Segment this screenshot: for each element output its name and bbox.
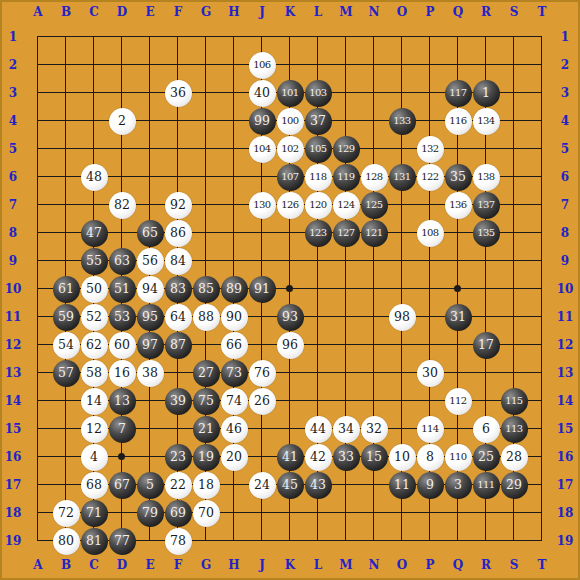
intersection-H12[interactable]: 66 [220,331,248,359]
intersection-C12[interactable]: 62 [80,331,108,359]
intersection-P12[interactable] [416,331,444,359]
intersection-Q18[interactable] [444,499,472,527]
intersection-F7[interactable]: 92 [164,191,192,219]
intersection-Q7[interactable]: 136 [444,191,472,219]
intersection-R17[interactable]: 111 [472,471,500,499]
intersection-J11[interactable] [248,303,276,331]
intersection-T12[interactable] [528,331,556,359]
intersection-L6[interactable]: 118 [304,163,332,191]
intersection-J2[interactable]: 106 [248,51,276,79]
intersection-G18[interactable]: 70 [192,499,220,527]
intersection-G14[interactable]: 75 [192,387,220,415]
intersection-T8[interactable] [528,219,556,247]
intersection-O19[interactable] [388,527,416,555]
intersection-T15[interactable] [528,415,556,443]
intersection-O12[interactable] [388,331,416,359]
intersection-C15[interactable]: 12 [80,415,108,443]
intersection-O10[interactable] [388,275,416,303]
intersection-K6[interactable]: 107 [276,163,304,191]
intersection-A5[interactable] [24,135,52,163]
intersection-O15[interactable] [388,415,416,443]
intersection-O6[interactable]: 131 [388,163,416,191]
intersection-R8[interactable]: 135 [472,219,500,247]
intersection-D17[interactable]: 67 [108,471,136,499]
intersection-C11[interactable]: 52 [80,303,108,331]
intersection-S17[interactable]: 29 [500,471,528,499]
intersection-K14[interactable] [276,387,304,415]
intersection-B15[interactable] [52,415,80,443]
intersection-T18[interactable] [528,499,556,527]
intersection-L17[interactable]: 43 [304,471,332,499]
intersection-B5[interactable] [52,135,80,163]
intersection-T14[interactable] [528,387,556,415]
intersection-H14[interactable]: 74 [220,387,248,415]
intersection-L1[interactable] [304,23,332,51]
intersection-A18[interactable] [24,499,52,527]
intersection-E8[interactable]: 65 [136,219,164,247]
intersection-Q10[interactable] [444,275,472,303]
intersection-A1[interactable] [24,23,52,51]
intersection-J16[interactable] [248,443,276,471]
intersection-T9[interactable] [528,247,556,275]
intersection-S2[interactable] [500,51,528,79]
intersection-B10[interactable]: 61 [52,275,80,303]
intersection-C6[interactable]: 48 [80,163,108,191]
intersection-A12[interactable] [24,331,52,359]
intersection-K3[interactable]: 101 [276,79,304,107]
intersection-B4[interactable] [52,107,80,135]
intersection-D11[interactable]: 53 [108,303,136,331]
intersection-H13[interactable]: 73 [220,359,248,387]
intersection-R13[interactable] [472,359,500,387]
intersection-G16[interactable]: 19 [192,443,220,471]
intersection-A13[interactable] [24,359,52,387]
intersection-E14[interactable] [136,387,164,415]
intersection-R7[interactable]: 137 [472,191,500,219]
intersection-J3[interactable]: 40 [248,79,276,107]
intersection-M13[interactable] [332,359,360,387]
intersection-P4[interactable] [416,107,444,135]
intersection-T19[interactable] [528,527,556,555]
intersection-G11[interactable]: 88 [192,303,220,331]
intersection-S5[interactable] [500,135,528,163]
intersection-M16[interactable]: 33 [332,443,360,471]
intersection-O4[interactable]: 133 [388,107,416,135]
intersection-Q16[interactable]: 110 [444,443,472,471]
intersection-G8[interactable] [192,219,220,247]
intersection-N13[interactable] [360,359,388,387]
intersection-M12[interactable] [332,331,360,359]
intersection-G17[interactable]: 18 [192,471,220,499]
intersection-H7[interactable] [220,191,248,219]
intersection-N17[interactable] [360,471,388,499]
intersection-O8[interactable] [388,219,416,247]
intersection-L9[interactable] [304,247,332,275]
intersection-Q17[interactable]: 3 [444,471,472,499]
intersection-P17[interactable]: 9 [416,471,444,499]
intersection-S7[interactable] [500,191,528,219]
intersection-Q15[interactable] [444,415,472,443]
intersection-L3[interactable]: 103 [304,79,332,107]
intersection-A2[interactable] [24,51,52,79]
intersection-H11[interactable]: 90 [220,303,248,331]
intersection-E10[interactable]: 94 [136,275,164,303]
intersection-N9[interactable] [360,247,388,275]
intersection-P14[interactable] [416,387,444,415]
intersection-P19[interactable] [416,527,444,555]
intersection-F10[interactable]: 83 [164,275,192,303]
intersection-E1[interactable] [136,23,164,51]
intersection-G2[interactable] [192,51,220,79]
intersection-N2[interactable] [360,51,388,79]
intersection-A19[interactable] [24,527,52,555]
intersection-R18[interactable] [472,499,500,527]
intersection-G6[interactable] [192,163,220,191]
intersection-D2[interactable] [108,51,136,79]
intersection-P11[interactable] [416,303,444,331]
intersection-D15[interactable]: 7 [108,415,136,443]
intersection-C17[interactable]: 68 [80,471,108,499]
intersection-K1[interactable] [276,23,304,51]
intersection-H19[interactable] [220,527,248,555]
intersection-E5[interactable] [136,135,164,163]
intersection-F16[interactable]: 23 [164,443,192,471]
intersection-E3[interactable] [136,79,164,107]
intersection-O11[interactable]: 98 [388,303,416,331]
intersection-T6[interactable] [528,163,556,191]
intersection-B2[interactable] [52,51,80,79]
intersection-O7[interactable] [388,191,416,219]
intersection-H15[interactable]: 46 [220,415,248,443]
intersection-H10[interactable]: 89 [220,275,248,303]
intersection-K15[interactable] [276,415,304,443]
intersection-M4[interactable] [332,107,360,135]
intersection-K2[interactable] [276,51,304,79]
intersection-P15[interactable]: 114 [416,415,444,443]
intersection-E2[interactable] [136,51,164,79]
intersection-S14[interactable]: 115 [500,387,528,415]
intersection-D13[interactable]: 16 [108,359,136,387]
intersection-N6[interactable]: 128 [360,163,388,191]
intersection-J8[interactable] [248,219,276,247]
intersection-J19[interactable] [248,527,276,555]
intersection-E9[interactable]: 56 [136,247,164,275]
intersection-M2[interactable] [332,51,360,79]
intersection-C10[interactable]: 50 [80,275,108,303]
intersection-D3[interactable] [108,79,136,107]
intersection-F13[interactable] [164,359,192,387]
intersection-A8[interactable] [24,219,52,247]
intersection-G5[interactable] [192,135,220,163]
intersection-S15[interactable]: 113 [500,415,528,443]
intersection-F3[interactable]: 36 [164,79,192,107]
intersection-N8[interactable]: 121 [360,219,388,247]
intersection-O3[interactable] [388,79,416,107]
intersection-C14[interactable]: 14 [80,387,108,415]
intersection-J5[interactable]: 104 [248,135,276,163]
intersection-Q2[interactable] [444,51,472,79]
intersection-F18[interactable]: 69 [164,499,192,527]
intersection-M6[interactable]: 119 [332,163,360,191]
intersection-N18[interactable] [360,499,388,527]
intersection-L18[interactable] [304,499,332,527]
intersection-E17[interactable]: 5 [136,471,164,499]
intersection-N11[interactable] [360,303,388,331]
intersection-K19[interactable] [276,527,304,555]
intersection-P1[interactable] [416,23,444,51]
intersection-R16[interactable]: 25 [472,443,500,471]
intersection-L19[interactable] [304,527,332,555]
intersection-G4[interactable] [192,107,220,135]
intersection-K17[interactable]: 45 [276,471,304,499]
intersection-N12[interactable] [360,331,388,359]
intersection-P5[interactable]: 132 [416,135,444,163]
intersection-M8[interactable]: 127 [332,219,360,247]
intersection-A7[interactable] [24,191,52,219]
intersection-C1[interactable] [80,23,108,51]
intersection-Q1[interactable] [444,23,472,51]
intersection-G7[interactable] [192,191,220,219]
intersection-O2[interactable] [388,51,416,79]
intersection-E15[interactable] [136,415,164,443]
intersection-C19[interactable]: 81 [80,527,108,555]
intersection-B3[interactable] [52,79,80,107]
intersection-C5[interactable] [80,135,108,163]
intersection-N3[interactable] [360,79,388,107]
intersection-O16[interactable]: 10 [388,443,416,471]
intersection-F4[interactable] [164,107,192,135]
intersection-D18[interactable] [108,499,136,527]
intersection-A6[interactable] [24,163,52,191]
intersection-E13[interactable]: 38 [136,359,164,387]
intersection-A14[interactable] [24,387,52,415]
intersection-D14[interactable]: 13 [108,387,136,415]
intersection-H8[interactable] [220,219,248,247]
intersection-J15[interactable] [248,415,276,443]
intersection-N7[interactable]: 125 [360,191,388,219]
intersection-P16[interactable]: 8 [416,443,444,471]
intersection-M15[interactable]: 34 [332,415,360,443]
intersection-R3[interactable]: 1 [472,79,500,107]
intersection-T13[interactable] [528,359,556,387]
intersection-R6[interactable]: 138 [472,163,500,191]
intersection-G12[interactable] [192,331,220,359]
intersection-D6[interactable] [108,163,136,191]
intersection-O18[interactable] [388,499,416,527]
intersection-D9[interactable]: 63 [108,247,136,275]
intersection-D10[interactable]: 51 [108,275,136,303]
intersection-L15[interactable]: 44 [304,415,332,443]
intersection-F15[interactable] [164,415,192,443]
intersection-G9[interactable] [192,247,220,275]
intersection-T5[interactable] [528,135,556,163]
intersection-K9[interactable] [276,247,304,275]
intersection-Q5[interactable] [444,135,472,163]
intersection-K16[interactable]: 41 [276,443,304,471]
intersection-H5[interactable] [220,135,248,163]
intersection-R10[interactable] [472,275,500,303]
intersection-B13[interactable]: 57 [52,359,80,387]
intersection-E6[interactable] [136,163,164,191]
intersection-R15[interactable]: 6 [472,415,500,443]
intersection-M14[interactable] [332,387,360,415]
intersection-L10[interactable] [304,275,332,303]
intersection-D7[interactable]: 82 [108,191,136,219]
intersection-S3[interactable] [500,79,528,107]
intersection-N16[interactable]: 15 [360,443,388,471]
intersection-H6[interactable] [220,163,248,191]
intersection-L4[interactable]: 37 [304,107,332,135]
intersection-B14[interactable] [52,387,80,415]
intersection-G1[interactable] [192,23,220,51]
intersection-A15[interactable] [24,415,52,443]
intersection-B7[interactable] [52,191,80,219]
intersection-R2[interactable] [472,51,500,79]
intersection-O13[interactable] [388,359,416,387]
intersection-L14[interactable] [304,387,332,415]
intersection-Q8[interactable] [444,219,472,247]
intersection-N5[interactable] [360,135,388,163]
intersection-C8[interactable]: 47 [80,219,108,247]
intersection-H4[interactable] [220,107,248,135]
intersection-Q9[interactable] [444,247,472,275]
intersection-N14[interactable] [360,387,388,415]
intersection-T16[interactable] [528,443,556,471]
intersection-B12[interactable]: 54 [52,331,80,359]
intersection-L8[interactable]: 123 [304,219,332,247]
intersection-K5[interactable]: 102 [276,135,304,163]
intersection-P18[interactable] [416,499,444,527]
intersection-K8[interactable] [276,219,304,247]
intersection-T2[interactable] [528,51,556,79]
intersection-H16[interactable]: 20 [220,443,248,471]
intersection-H18[interactable] [220,499,248,527]
intersection-A3[interactable] [24,79,52,107]
intersection-G3[interactable] [192,79,220,107]
intersection-E7[interactable] [136,191,164,219]
intersection-L13[interactable] [304,359,332,387]
intersection-K12[interactable]: 96 [276,331,304,359]
intersection-T17[interactable] [528,471,556,499]
intersection-E19[interactable] [136,527,164,555]
intersection-F14[interactable]: 39 [164,387,192,415]
intersection-R9[interactable] [472,247,500,275]
intersection-T10[interactable] [528,275,556,303]
intersection-P2[interactable] [416,51,444,79]
intersection-L7[interactable]: 120 [304,191,332,219]
intersection-N15[interactable]: 32 [360,415,388,443]
intersection-F12[interactable]: 87 [164,331,192,359]
intersection-C4[interactable] [80,107,108,135]
intersection-B8[interactable] [52,219,80,247]
intersection-E4[interactable] [136,107,164,135]
intersection-M1[interactable] [332,23,360,51]
intersection-P3[interactable] [416,79,444,107]
intersection-Q13[interactable] [444,359,472,387]
intersection-J18[interactable] [248,499,276,527]
intersection-P10[interactable] [416,275,444,303]
intersection-O17[interactable]: 11 [388,471,416,499]
intersection-B16[interactable] [52,443,80,471]
intersection-C2[interactable] [80,51,108,79]
intersection-B9[interactable] [52,247,80,275]
intersection-A11[interactable] [24,303,52,331]
intersection-O1[interactable] [388,23,416,51]
intersection-C3[interactable] [80,79,108,107]
intersection-D12[interactable]: 60 [108,331,136,359]
intersection-S8[interactable] [500,219,528,247]
intersection-N19[interactable] [360,527,388,555]
intersection-R1[interactable] [472,23,500,51]
intersection-F8[interactable]: 86 [164,219,192,247]
intersection-A10[interactable] [24,275,52,303]
intersection-Q6[interactable]: 35 [444,163,472,191]
intersection-E11[interactable]: 95 [136,303,164,331]
intersection-H3[interactable] [220,79,248,107]
intersection-D16[interactable] [108,443,136,471]
intersection-F5[interactable] [164,135,192,163]
intersection-B11[interactable]: 59 [52,303,80,331]
intersection-P7[interactable] [416,191,444,219]
intersection-A17[interactable] [24,471,52,499]
intersection-L11[interactable] [304,303,332,331]
intersection-M3[interactable] [332,79,360,107]
intersection-K13[interactable] [276,359,304,387]
intersection-S18[interactable] [500,499,528,527]
intersection-M7[interactable]: 124 [332,191,360,219]
intersection-M5[interactable]: 129 [332,135,360,163]
intersection-L5[interactable]: 105 [304,135,332,163]
intersection-B17[interactable] [52,471,80,499]
intersection-S19[interactable] [500,527,528,555]
intersection-J4[interactable]: 99 [248,107,276,135]
intersection-F9[interactable]: 84 [164,247,192,275]
intersection-J13[interactable]: 76 [248,359,276,387]
intersection-S4[interactable] [500,107,528,135]
intersection-C7[interactable] [80,191,108,219]
intersection-N4[interactable] [360,107,388,135]
intersection-G15[interactable]: 21 [192,415,220,443]
intersection-Q14[interactable]: 112 [444,387,472,415]
intersection-J7[interactable]: 130 [248,191,276,219]
intersection-N10[interactable] [360,275,388,303]
intersection-G10[interactable]: 85 [192,275,220,303]
intersection-H17[interactable] [220,471,248,499]
intersection-B19[interactable]: 80 [52,527,80,555]
intersection-H9[interactable] [220,247,248,275]
intersection-D19[interactable]: 77 [108,527,136,555]
intersection-S6[interactable] [500,163,528,191]
intersection-J14[interactable]: 26 [248,387,276,415]
intersection-L16[interactable]: 42 [304,443,332,471]
intersection-J6[interactable] [248,163,276,191]
intersection-T4[interactable] [528,107,556,135]
intersection-E16[interactable] [136,443,164,471]
intersection-Q12[interactable] [444,331,472,359]
intersection-F17[interactable]: 22 [164,471,192,499]
intersection-S11[interactable] [500,303,528,331]
intersection-M9[interactable] [332,247,360,275]
intersection-C16[interactable]: 4 [80,443,108,471]
intersection-D1[interactable] [108,23,136,51]
intersection-R5[interactable] [472,135,500,163]
intersection-C13[interactable]: 58 [80,359,108,387]
intersection-F1[interactable] [164,23,192,51]
intersection-S16[interactable]: 28 [500,443,528,471]
intersection-D8[interactable] [108,219,136,247]
intersection-R19[interactable] [472,527,500,555]
intersection-K11[interactable]: 93 [276,303,304,331]
